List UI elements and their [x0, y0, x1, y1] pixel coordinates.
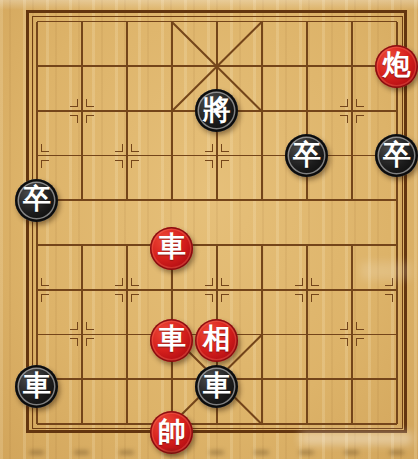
position-marker: [70, 115, 78, 123]
position-marker: [221, 144, 229, 152]
margin-smudge: [74, 450, 89, 455]
red-cannon-piece[interactable]: 炮: [375, 45, 418, 88]
red-general-piece[interactable]: 帥: [150, 411, 193, 454]
position-marker: [86, 99, 94, 107]
grid-line: [81, 245, 83, 424]
position-marker: [221, 278, 229, 286]
grid-line: [126, 245, 128, 424]
black-soldier-piece[interactable]: 卒: [375, 134, 418, 177]
position-marker: [131, 294, 139, 302]
position-marker: [70, 338, 78, 346]
position-marker: [86, 322, 94, 330]
piece-glyph: 車: [23, 372, 51, 400]
position-marker: [115, 278, 123, 286]
piece-glyph: 車: [158, 233, 186, 261]
position-marker: [70, 322, 78, 330]
position-marker: [86, 338, 94, 346]
black-soldier-piece[interactable]: 卒: [285, 134, 328, 177]
position-marker: [311, 294, 319, 302]
position-marker: [340, 322, 348, 330]
red-chariot-piece[interactable]: 車: [150, 227, 193, 270]
position-marker: [356, 99, 364, 107]
position-marker: [115, 160, 123, 168]
margin-smudge: [119, 450, 134, 455]
margin-smudge: [389, 450, 404, 455]
piece-glyph: 將: [203, 96, 231, 124]
watermark-smudge: [300, 432, 412, 445]
piece-glyph: 炮: [383, 51, 411, 79]
margin-smudge: [209, 450, 224, 455]
position-marker: [356, 322, 364, 330]
position-marker: [205, 294, 213, 302]
position-marker: [86, 115, 94, 123]
position-marker: [131, 144, 139, 152]
piece-glyph: 卒: [23, 185, 51, 213]
position-marker: [41, 144, 49, 152]
position-marker: [385, 294, 393, 302]
piece-glyph: 車: [203, 372, 231, 400]
piece-glyph: 相: [203, 325, 231, 353]
grid-line: [126, 22, 128, 201]
piece-glyph: 卒: [293, 141, 321, 169]
position-marker: [356, 338, 364, 346]
grid-line: [36, 22, 38, 424]
black-chariot-piece[interactable]: 車: [15, 365, 58, 408]
position-marker: [221, 160, 229, 168]
position-marker: [221, 294, 229, 302]
grid-line: [306, 245, 308, 424]
grid-line: [81, 22, 83, 201]
position-marker: [340, 115, 348, 123]
piece-glyph: 帥: [158, 418, 186, 446]
position-marker: [41, 160, 49, 168]
watermark-smudge: [360, 262, 412, 280]
position-marker: [205, 144, 213, 152]
black-chariot-piece[interactable]: 車: [195, 365, 238, 408]
margin-smudge: [254, 450, 269, 455]
position-marker: [340, 99, 348, 107]
margin-smudge: [29, 450, 44, 455]
position-marker: [131, 278, 139, 286]
margin-smudge: [164, 450, 179, 455]
position-marker: [340, 338, 348, 346]
margin-smudge: [344, 450, 359, 455]
grid-line: [351, 22, 353, 201]
position-marker: [41, 278, 49, 286]
position-marker: [115, 294, 123, 302]
margin-smudge: [299, 450, 314, 455]
position-marker: [311, 278, 319, 286]
red-elephant-piece[interactable]: 相: [195, 319, 238, 362]
position-marker: [205, 278, 213, 286]
red-chariot-piece[interactable]: 車: [150, 319, 193, 362]
position-marker: [115, 144, 123, 152]
piece-glyph: 卒: [383, 141, 411, 169]
position-marker: [295, 294, 303, 302]
position-marker: [131, 160, 139, 168]
black-soldier-piece[interactable]: 卒: [15, 179, 58, 222]
position-marker: [356, 115, 364, 123]
piece-glyph: 車: [158, 325, 186, 353]
xiangqi-board[interactable]: 炮將卒卒卒車車相車車帥: [0, 0, 418, 459]
position-marker: [205, 160, 213, 168]
position-marker: [295, 278, 303, 286]
position-marker: [41, 294, 49, 302]
position-marker: [70, 99, 78, 107]
grid-line: [351, 245, 353, 424]
